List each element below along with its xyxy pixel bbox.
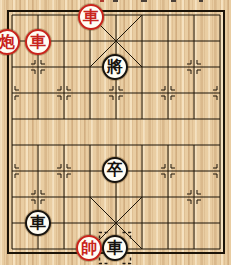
cropped-ui-fragment [199, 0, 203, 2]
cropped-ui-fragment [171, 0, 176, 2]
piece-black-soldier[interactable]: 卒 [102, 157, 128, 183]
piece-black-chariot[interactable]: 車 [25, 210, 51, 236]
pieces-layer: 車炮車將卒車帥車 [0, 0, 231, 265]
cropped-ui-fragment [141, 0, 147, 2]
piece-red-chariot[interactable]: 車 [78, 4, 104, 30]
piece-red-cannon[interactable]: 炮 [0, 29, 20, 55]
piece-red-general[interactable]: 帥 [76, 235, 102, 261]
piece-black-general[interactable]: 將 [102, 54, 128, 80]
cropped-ui-fragment [100, 0, 104, 2]
piece-black-chariot[interactable]: 車 [102, 235, 128, 261]
cropped-ui-fragment [113, 0, 118, 2]
xiangqi-board[interactable]: 車炮車將卒車帥車 [0, 0, 231, 265]
piece-red-chariot[interactable]: 車 [25, 29, 51, 55]
